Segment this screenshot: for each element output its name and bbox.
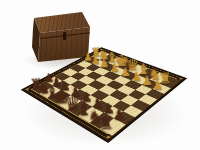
- inlay-motif-icon: ✦: [103, 134, 113, 141]
- black-rook: ♜: [98, 113, 115, 131]
- white-pawn: ♟: [109, 62, 120, 74]
- white-pawn: ♟: [152, 78, 164, 91]
- board-squares-grid: ♜♞♝♚♛♝♞♜♟♟♟♟♟♟♟♟♟♟♟♟♟♟♟♟♜♞♝♚♛♝♞♜: [31, 51, 178, 134]
- chess-board-area: ✦ ✦ ✦ ✦ ♜♞♝♚♛♝♞♜♟♟♟♟♟♟♟♟♟♟♟♟♟♟♟♟♜♞♝♚♛♝♞♜: [42, 22, 166, 146]
- white-pawn: ♟: [120, 66, 131, 78]
- black-pawn: ♟: [112, 107, 126, 122]
- chess-set-product-photo: ✦ ✦ ✦ ✦ ♜♞♝♚♛♝♞♜♟♟♟♟♟♟♟♟♟♟♟♟♟♟♟♟♜♞♝♚♛♝♞♜: [0, 0, 200, 150]
- white-pawn: ♟: [130, 70, 142, 83]
- inlay-motif-icon: ✦: [177, 77, 185, 81]
